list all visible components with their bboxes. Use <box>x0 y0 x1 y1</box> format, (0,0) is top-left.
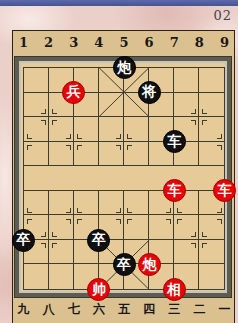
file-label-bottom: 九 <box>13 301 35 318</box>
point-marker <box>66 145 71 150</box>
point-marker <box>27 134 32 139</box>
piece-black-chariot[interactable]: 车 <box>163 130 186 153</box>
point-marker <box>27 219 32 224</box>
point-marker <box>217 134 222 139</box>
app-window: 02 123456789九八七六五四三二一 炮兵将车车车卒卒卒炮帅相 <box>0 0 238 323</box>
piece-red-chariot[interactable]: 车 <box>213 179 236 202</box>
point-marker <box>191 243 196 248</box>
board-cell <box>74 166 99 191</box>
point-marker <box>166 219 171 224</box>
piece-black-soldier[interactable]: 卒 <box>12 229 35 252</box>
point-marker <box>52 109 57 114</box>
point-marker <box>27 145 32 150</box>
point-marker <box>202 243 207 248</box>
file-label-top: 4 <box>88 35 110 50</box>
point-marker <box>66 134 71 139</box>
page-number: 02 <box>213 8 232 23</box>
board-cell <box>174 68 199 93</box>
file-label-top: 7 <box>163 35 185 50</box>
point-marker <box>77 208 82 213</box>
point-marker <box>116 145 121 150</box>
file-label-bottom: 三 <box>163 301 185 318</box>
file-label-bottom: 五 <box>113 301 135 318</box>
point-marker <box>127 219 132 224</box>
file-label-top: 3 <box>63 35 85 50</box>
board-cell <box>24 68 49 93</box>
file-label-bottom: 二 <box>188 301 210 318</box>
point-marker <box>52 232 57 237</box>
board-cell <box>124 166 149 191</box>
point-marker <box>202 232 207 237</box>
file-label-top: 5 <box>113 35 135 50</box>
point-marker <box>202 120 207 125</box>
point-marker <box>77 134 82 139</box>
point-marker <box>217 208 222 213</box>
point-marker <box>191 120 196 125</box>
board-cell <box>49 166 74 191</box>
board-cell <box>199 264 224 289</box>
point-marker <box>191 232 196 237</box>
point-marker <box>41 243 46 248</box>
file-label-top: 2 <box>38 35 60 50</box>
point-marker <box>177 208 182 213</box>
file-label-bottom: 四 <box>138 301 160 318</box>
board-cell <box>199 68 224 93</box>
piece-black-cannon[interactable]: 炮 <box>113 56 136 79</box>
file-label-top: 1 <box>13 35 35 50</box>
point-marker <box>41 109 46 114</box>
point-marker <box>77 219 82 224</box>
file-label-bottom: 六 <box>88 301 110 318</box>
title-bar <box>0 0 238 6</box>
board-cell <box>99 166 124 191</box>
piece-black-general[interactable]: 将 <box>138 81 161 104</box>
point-marker <box>177 219 182 224</box>
board-cell <box>24 166 49 191</box>
point-marker <box>52 120 57 125</box>
point-marker <box>127 145 132 150</box>
point-marker <box>191 109 196 114</box>
piece-red-cannon[interactable]: 炮 <box>138 253 161 276</box>
point-marker <box>217 145 222 150</box>
point-marker <box>116 134 121 139</box>
file-label-bottom: 八 <box>38 301 60 318</box>
point-marker <box>41 120 46 125</box>
file-label-bottom: 一 <box>214 301 236 318</box>
point-marker <box>166 208 171 213</box>
board-cell <box>24 264 49 289</box>
board[interactable]: 123456789九八七六五四三二一 炮兵将车车车卒卒卒炮帅相 <box>12 30 235 323</box>
point-marker <box>127 208 132 213</box>
piece-red-elephant[interactable]: 相 <box>163 278 186 301</box>
point-marker <box>202 109 207 114</box>
file-label-bottom: 七 <box>63 301 85 318</box>
point-marker <box>217 219 222 224</box>
piece-red-soldier[interactable]: 兵 <box>62 81 85 104</box>
point-marker <box>77 145 82 150</box>
board-cell <box>99 93 124 118</box>
piece-red-chariot[interactable]: 车 <box>163 179 186 202</box>
piece-black-soldier[interactable]: 卒 <box>87 229 110 252</box>
point-marker <box>127 134 132 139</box>
point-marker <box>41 232 46 237</box>
file-label-top: 8 <box>188 35 210 50</box>
point-marker <box>66 208 71 213</box>
point-marker <box>52 243 57 248</box>
point-marker <box>27 208 32 213</box>
file-label-top: 6 <box>138 35 160 50</box>
board-cell <box>49 264 74 289</box>
point-marker <box>116 208 121 213</box>
point-marker <box>66 219 71 224</box>
point-marker <box>116 219 121 224</box>
file-label-top: 9 <box>214 35 236 50</box>
piece-red-general[interactable]: 帅 <box>87 278 110 301</box>
piece-black-soldier[interactable]: 卒 <box>113 253 136 276</box>
